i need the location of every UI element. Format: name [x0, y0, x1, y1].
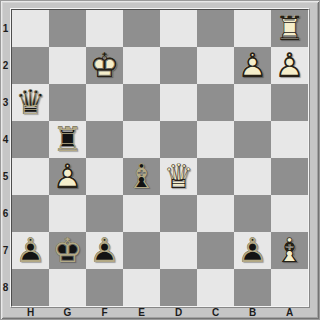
square-c2[interactable]	[197, 47, 234, 84]
square-b1[interactable]	[234, 10, 271, 47]
square-d1[interactable]	[160, 10, 197, 47]
square-d3[interactable]	[160, 84, 197, 121]
white-pawn-outline: ♙	[234, 47, 271, 84]
square-b7[interactable]: ♟♙	[234, 232, 271, 269]
white-pawn[interactable]: ♟♙	[234, 47, 271, 84]
black-queen[interactable]: ♛♕	[12, 84, 49, 121]
square-g4[interactable]: ♜♖	[49, 121, 86, 158]
file-label-c: C	[197, 306, 234, 319]
square-a2[interactable]: ♟♙	[271, 47, 308, 84]
rank-label-2: 2	[1, 47, 10, 84]
square-a4[interactable]	[271, 121, 308, 158]
square-c5[interactable]	[197, 158, 234, 195]
square-g7[interactable]: ♚♔	[49, 232, 86, 269]
square-d6[interactable]	[160, 195, 197, 232]
white-bishop[interactable]: ♝♗	[271, 232, 308, 269]
square-e7[interactable]	[123, 232, 160, 269]
black-rook[interactable]: ♜♖	[49, 121, 86, 158]
square-f1[interactable]	[86, 10, 123, 47]
file-label-g: G	[49, 306, 86, 319]
white-rook-outline: ♖	[271, 10, 308, 47]
white-pawn[interactable]: ♟♙	[49, 158, 86, 195]
rank-label-6: 6	[1, 195, 10, 232]
square-g2[interactable]	[49, 47, 86, 84]
square-h7[interactable]: ♟♙	[12, 232, 49, 269]
square-e3[interactable]	[123, 84, 160, 121]
square-h6[interactable]	[12, 195, 49, 232]
square-b2[interactable]: ♟♙	[234, 47, 271, 84]
square-b3[interactable]	[234, 84, 271, 121]
square-d5[interactable]: ♛♕	[160, 158, 197, 195]
square-c6[interactable]	[197, 195, 234, 232]
square-h1[interactable]	[12, 10, 49, 47]
rank-label-8: 8	[1, 269, 10, 306]
square-b6[interactable]	[234, 195, 271, 232]
square-d8[interactable]	[160, 269, 197, 306]
square-b8[interactable]	[234, 269, 271, 306]
square-f2[interactable]: ♚♔	[86, 47, 123, 84]
square-d7[interactable]	[160, 232, 197, 269]
file-label-a: A	[271, 306, 308, 319]
square-d4[interactable]	[160, 121, 197, 158]
square-h4[interactable]	[12, 121, 49, 158]
white-queen-outline: ♕	[160, 158, 197, 195]
square-e8[interactable]	[123, 269, 160, 306]
square-e1[interactable]	[123, 10, 160, 47]
rank-label-4: 4	[1, 121, 10, 158]
file-label-h: H	[12, 306, 49, 319]
chess-diagram: 12345678 ♜♖♚♔♟♙♟♙♛♕♜♖♟♙♝♗♛♕♟♙♚♔♟♙♟♙♝♗ HG…	[0, 0, 320, 320]
white-bishop-outline: ♗	[271, 232, 308, 269]
board-frame-outer: ♜♖♚♔♟♙♟♙♛♕♜♖♟♙♝♗♛♕♟♙♚♔♟♙♟♙♝♗	[10, 8, 310, 308]
white-rook[interactable]: ♜♖	[271, 10, 308, 47]
square-c8[interactable]	[197, 269, 234, 306]
board-frame-inner: ♜♖♚♔♟♙♟♙♛♕♜♖♟♙♝♗♛♕♟♙♚♔♟♙♟♙♝♗	[11, 9, 309, 307]
square-c7[interactable]	[197, 232, 234, 269]
square-e5[interactable]: ♝♗	[123, 158, 160, 195]
black-pawn[interactable]: ♟♙	[234, 232, 271, 269]
file-label-b: B	[234, 306, 271, 319]
white-pawn[interactable]: ♟♙	[271, 47, 308, 84]
black-bishop-outline: ♗	[123, 158, 160, 195]
file-label-e: E	[123, 306, 160, 319]
rank-label-1: 1	[1, 10, 10, 47]
square-f5[interactable]	[86, 158, 123, 195]
square-a8[interactable]	[271, 269, 308, 306]
square-g3[interactable]	[49, 84, 86, 121]
square-b5[interactable]	[234, 158, 271, 195]
white-pawn-outline: ♙	[49, 158, 86, 195]
square-h3[interactable]: ♛♕	[12, 84, 49, 121]
square-e6[interactable]	[123, 195, 160, 232]
black-king-outline: ♔	[49, 232, 86, 269]
square-f4[interactable]	[86, 121, 123, 158]
square-h5[interactable]	[12, 158, 49, 195]
square-c3[interactable]	[197, 84, 234, 121]
file-label-d: D	[160, 306, 197, 319]
white-queen[interactable]: ♛♕	[160, 158, 197, 195]
rank-label-5: 5	[1, 158, 10, 195]
black-pawn-outline: ♙	[86, 232, 123, 269]
square-f7[interactable]: ♟♙	[86, 232, 123, 269]
file-label-f: F	[86, 306, 123, 319]
black-bishop[interactable]: ♝♗	[123, 158, 160, 195]
white-king-outline: ♔	[86, 47, 123, 84]
square-e4[interactable]	[123, 121, 160, 158]
black-rook-outline: ♖	[49, 121, 86, 158]
white-king[interactable]: ♚♔	[86, 47, 123, 84]
square-f6[interactable]	[86, 195, 123, 232]
square-g5[interactable]: ♟♙	[49, 158, 86, 195]
square-g8[interactable]	[49, 269, 86, 306]
square-a1[interactable]: ♜♖	[271, 10, 308, 47]
black-pawn-outline: ♙	[12, 232, 49, 269]
square-a3[interactable]	[271, 84, 308, 121]
square-h8[interactable]	[12, 269, 49, 306]
rank-label-7: 7	[1, 232, 10, 269]
square-a5[interactable]	[271, 158, 308, 195]
black-pawn[interactable]: ♟♙	[12, 232, 49, 269]
black-king[interactable]: ♚♔	[49, 232, 86, 269]
black-pawn-outline: ♙	[234, 232, 271, 269]
square-c1[interactable]	[197, 10, 234, 47]
square-b4[interactable]	[234, 121, 271, 158]
square-f8[interactable]	[86, 269, 123, 306]
square-f3[interactable]	[86, 84, 123, 121]
square-e2[interactable]	[123, 47, 160, 84]
square-h2[interactable]	[12, 47, 49, 84]
square-d2[interactable]	[160, 47, 197, 84]
rank-label-3: 3	[1, 84, 10, 121]
square-g1[interactable]	[49, 10, 86, 47]
square-c4[interactable]	[197, 121, 234, 158]
square-a7[interactable]: ♝♗	[271, 232, 308, 269]
chess-board: ♜♖♚♔♟♙♟♙♛♕♜♖♟♙♝♗♛♕♟♙♚♔♟♙♟♙♝♗	[12, 10, 308, 306]
square-a6[interactable]	[271, 195, 308, 232]
square-g6[interactable]	[49, 195, 86, 232]
white-pawn-outline: ♙	[271, 47, 308, 84]
black-queen-outline: ♕	[12, 84, 49, 121]
black-pawn[interactable]: ♟♙	[86, 232, 123, 269]
